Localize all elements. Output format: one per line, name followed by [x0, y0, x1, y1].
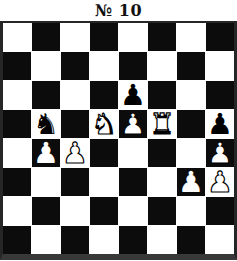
square-f1[interactable] [148, 226, 176, 254]
square-g8[interactable] [177, 23, 205, 51]
square-e5[interactable]: ♟ [119, 110, 147, 138]
square-g5[interactable] [177, 110, 205, 138]
square-d6[interactable] [90, 81, 118, 109]
square-d8[interactable] [90, 23, 118, 51]
square-a4[interactable] [3, 139, 31, 167]
square-g3[interactable]: ♟ [177, 168, 205, 196]
black-pawn-g3: ♟ [178, 168, 204, 196]
white-knight-d5: ♞ [91, 110, 117, 138]
square-d3[interactable] [90, 168, 118, 196]
square-d7[interactable] [90, 52, 118, 80]
square-b1[interactable] [32, 226, 60, 254]
white-pawn-c4: ♟ [62, 139, 88, 167]
square-a8[interactable] [3, 23, 31, 51]
square-a7[interactable] [3, 52, 31, 80]
square-g4[interactable] [177, 139, 205, 167]
square-h7[interactable] [206, 52, 234, 80]
black-pawn-b4: ♟ [33, 139, 59, 167]
square-b7[interactable] [32, 52, 60, 80]
square-f8[interactable] [148, 23, 176, 51]
square-c1[interactable] [61, 226, 89, 254]
square-e3[interactable] [119, 168, 147, 196]
square-b4[interactable]: ♟ [32, 139, 60, 167]
square-c4[interactable]: ♟ [61, 139, 89, 167]
square-a2[interactable] [3, 197, 31, 225]
square-e2[interactable] [119, 197, 147, 225]
square-h4[interactable]: ♟ [206, 139, 234, 167]
square-c6[interactable] [61, 81, 89, 109]
square-f4[interactable] [148, 139, 176, 167]
square-h1[interactable] [206, 226, 234, 254]
board-frame: ♟♞♞♟♜♟♟♟♟♟♟ [0, 21, 237, 260]
square-b5[interactable]: ♞ [32, 110, 60, 138]
square-g6[interactable] [177, 81, 205, 109]
square-b8[interactable] [32, 23, 60, 51]
black-pawn-h5: ♟ [207, 110, 233, 138]
square-c2[interactable] [61, 197, 89, 225]
square-c3[interactable] [61, 168, 89, 196]
square-a5[interactable] [3, 110, 31, 138]
square-f2[interactable] [148, 197, 176, 225]
square-g1[interactable] [177, 226, 205, 254]
square-f3[interactable] [148, 168, 176, 196]
square-h3[interactable]: ♟ [206, 168, 234, 196]
square-f7[interactable] [148, 52, 176, 80]
square-a6[interactable] [3, 81, 31, 109]
square-d4[interactable] [90, 139, 118, 167]
white-pawn-h4: ♟ [207, 139, 233, 167]
square-e8[interactable] [119, 23, 147, 51]
square-e6[interactable]: ♟ [119, 81, 147, 109]
square-e4[interactable] [119, 139, 147, 167]
white-pawn-e5: ♟ [120, 110, 146, 138]
square-e7[interactable] [119, 52, 147, 80]
chess-board: ♟♞♞♟♜♟♟♟♟♟♟ [3, 23, 234, 254]
square-d2[interactable] [90, 197, 118, 225]
square-b2[interactable] [32, 197, 60, 225]
square-g7[interactable] [177, 52, 205, 80]
square-c7[interactable] [61, 52, 89, 80]
square-d1[interactable] [90, 226, 118, 254]
square-a1[interactable] [3, 226, 31, 254]
square-h2[interactable] [206, 197, 234, 225]
black-pawn-e6: ♟ [120, 81, 146, 109]
diagram-title: № 10 [0, 0, 237, 21]
square-h8[interactable] [206, 23, 234, 51]
square-c5[interactable] [61, 110, 89, 138]
square-d5[interactable]: ♞ [90, 110, 118, 138]
square-h5[interactable]: ♟ [206, 110, 234, 138]
square-b6[interactable] [32, 81, 60, 109]
square-a3[interactable] [3, 168, 31, 196]
square-c8[interactable] [61, 23, 89, 51]
square-g2[interactable] [177, 197, 205, 225]
square-h6[interactable] [206, 81, 234, 109]
white-pawn-h3: ♟ [207, 168, 233, 196]
square-f6[interactable] [148, 81, 176, 109]
square-e1[interactable] [119, 226, 147, 254]
square-b3[interactable] [32, 168, 60, 196]
black-knight-b5: ♞ [33, 110, 59, 138]
square-f5[interactable]: ♜ [148, 110, 176, 138]
white-rook-f5: ♜ [149, 110, 175, 138]
